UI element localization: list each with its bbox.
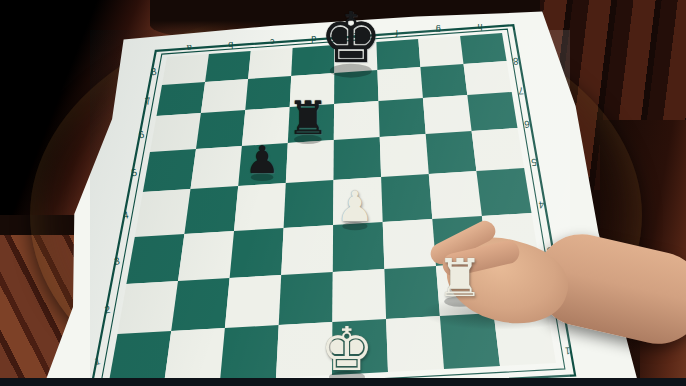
file-label-top-b: b bbox=[228, 40, 233, 50]
black-rook-d6: ♜ bbox=[287, 95, 328, 141]
square-a2 bbox=[118, 281, 179, 334]
square-e6 bbox=[334, 101, 380, 140]
square-a4 bbox=[135, 189, 191, 237]
square-d4 bbox=[284, 180, 334, 228]
square-e5 bbox=[334, 137, 382, 180]
square-h6 bbox=[467, 92, 517, 131]
white-king-e1: ♚ bbox=[320, 319, 374, 379]
square-a7 bbox=[157, 82, 206, 116]
square-a3 bbox=[126, 234, 184, 284]
square-b8 bbox=[205, 51, 251, 82]
square-g4 bbox=[429, 171, 482, 219]
square-b1 bbox=[164, 328, 225, 384]
square-b3 bbox=[178, 231, 234, 281]
file-label-top-h: h bbox=[477, 22, 482, 32]
square-a8 bbox=[162, 54, 209, 85]
black-pawn-c5: ♟ bbox=[245, 141, 279, 179]
square-b5 bbox=[191, 146, 242, 189]
square-c3 bbox=[230, 228, 284, 278]
square-c4 bbox=[234, 183, 286, 231]
square-h7 bbox=[464, 61, 512, 95]
square-d5 bbox=[286, 140, 334, 183]
square-c2 bbox=[225, 275, 281, 328]
square-h8 bbox=[460, 33, 507, 64]
square-f8 bbox=[376, 39, 420, 70]
square-b7 bbox=[201, 79, 248, 113]
square-f6 bbox=[379, 98, 426, 137]
square-c8 bbox=[248, 48, 293, 79]
square-g7 bbox=[420, 64, 467, 98]
square-d3 bbox=[281, 225, 333, 275]
square-h4 bbox=[476, 168, 531, 216]
square-b2 bbox=[171, 278, 229, 331]
black-king-e8: ♚ bbox=[319, 3, 382, 73]
square-f5 bbox=[380, 134, 429, 177]
white-pawn-e4: ♟ bbox=[336, 186, 374, 228]
square-f3 bbox=[383, 219, 436, 269]
file-label-top-c: c bbox=[270, 37, 275, 47]
square-b6 bbox=[196, 110, 245, 149]
square-a5 bbox=[143, 149, 196, 192]
square-b4 bbox=[184, 186, 238, 234]
square-a6 bbox=[150, 113, 201, 152]
file-label-top-d: d bbox=[311, 34, 316, 44]
square-g8 bbox=[418, 36, 463, 67]
square-f7 bbox=[377, 67, 423, 101]
square-f4 bbox=[381, 174, 432, 222]
square-h5 bbox=[472, 128, 524, 171]
square-c1 bbox=[220, 325, 279, 381]
square-g5 bbox=[426, 131, 477, 174]
file-label-top-g: g bbox=[436, 25, 441, 35]
square-f1 bbox=[386, 316, 444, 372]
square-g6 bbox=[423, 95, 472, 134]
video-frame: abcdefgh8765432187654321 ♚♜♟♟♜♚ bbox=[0, 0, 686, 386]
white-rook-g2: ♜ bbox=[437, 252, 484, 304]
square-c7 bbox=[245, 76, 291, 110]
file-label-top-a: a bbox=[187, 43, 192, 53]
